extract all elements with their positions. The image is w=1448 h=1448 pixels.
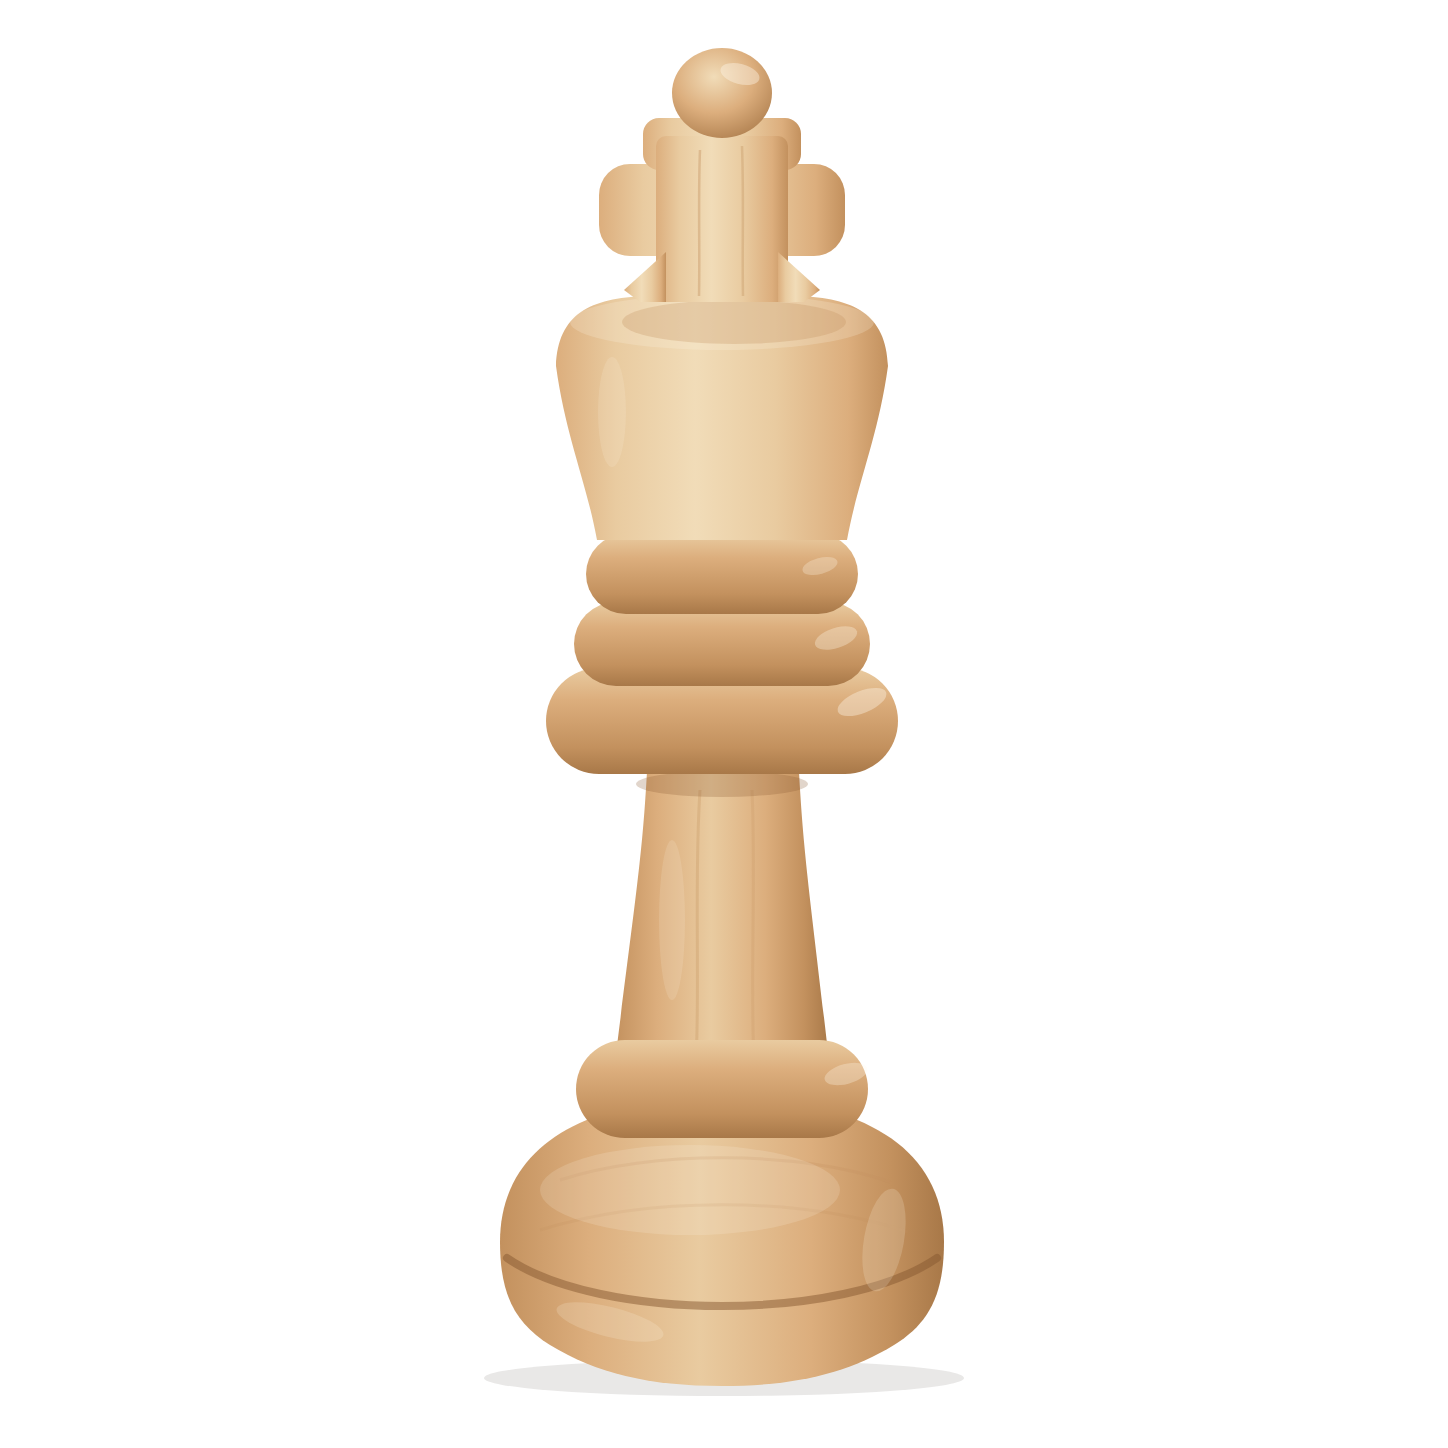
photo-canvas: White King chess piece (natural wood) xyxy=(0,0,1448,1448)
white-king-figure xyxy=(0,0,1448,1448)
finial-ball xyxy=(672,48,772,138)
finial xyxy=(672,48,772,138)
crown-cross xyxy=(599,118,845,302)
crown-grain-line xyxy=(742,146,743,296)
base xyxy=(500,1098,944,1386)
collar-ring-upper xyxy=(586,534,858,614)
stem-column xyxy=(614,752,830,1070)
foot-ring-torus xyxy=(576,1040,868,1138)
stem-grain-line xyxy=(752,790,754,1062)
head-sheen-left xyxy=(598,357,626,467)
stem-sheen-left xyxy=(659,840,685,1000)
foot-ring xyxy=(576,1040,870,1138)
head xyxy=(556,294,888,540)
stem xyxy=(614,752,830,1070)
collar-ring-lower xyxy=(574,602,870,686)
crown-grain-line xyxy=(699,150,700,296)
head-varnish-puddle xyxy=(622,300,846,344)
crown-foot-left xyxy=(624,252,666,302)
under-flange-shadow xyxy=(636,771,808,797)
product-photo: White King chess piece (natural wood) xyxy=(0,0,1448,1448)
crown-foot-right xyxy=(778,252,820,302)
base-sheen xyxy=(540,1145,840,1235)
crown-column xyxy=(656,136,788,302)
